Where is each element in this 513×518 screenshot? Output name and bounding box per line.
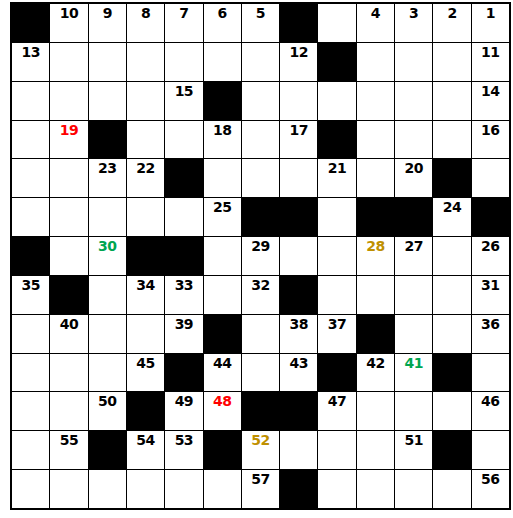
cell-r6c2[interactable]: 30 — [89, 237, 126, 275]
clue-number-13: 13 — [12, 44, 49, 60]
cell-r4c2[interactable]: 23 — [89, 159, 126, 197]
cell-r12c6[interactable]: 57 — [242, 470, 279, 508]
cell-r9c0[interactable] — [12, 354, 49, 392]
cell-r1c1[interactable] — [50, 43, 87, 81]
cell-r11c6[interactable]: 52 — [242, 431, 279, 469]
cell-r9c6[interactable] — [242, 354, 279, 392]
cell-r0c10[interactable]: 3 — [395, 4, 432, 42]
cell-r4c3[interactable]: 22 — [127, 159, 164, 197]
clue-number-42: 42 — [357, 355, 394, 371]
clue-number-18: 18 — [204, 122, 241, 138]
clue-number-20: 20 — [395, 160, 432, 176]
cell-r2c10[interactable] — [395, 82, 432, 120]
cell-r6c9[interactable]: 28 — [357, 237, 394, 275]
cell-r1c0[interactable]: 13 — [12, 43, 49, 81]
crossword-page: 1098765432113121115141918171623222120252… — [0, 0, 513, 518]
cell-r12c1[interactable] — [50, 470, 87, 508]
cell-r7c8[interactable] — [318, 276, 355, 314]
cell-r10c8[interactable]: 47 — [318, 392, 355, 430]
cell-r3c11[interactable] — [433, 121, 470, 159]
black-cell-r8c9 — [357, 315, 394, 353]
cell-r2c11[interactable] — [433, 82, 470, 120]
clue-number-51: 51 — [395, 432, 432, 448]
cell-r4c12[interactable] — [472, 159, 509, 197]
clue-number-4: 4 — [357, 5, 394, 21]
cell-r0c4[interactable]: 7 — [165, 4, 202, 42]
black-cell-r0c7 — [280, 4, 317, 42]
cell-r7c12[interactable]: 31 — [472, 276, 509, 314]
clue-number-24: 24 — [433, 199, 470, 215]
cell-r12c9[interactable] — [357, 470, 394, 508]
clue-number-30: 30 — [89, 238, 126, 254]
clue-number-56: 56 — [472, 471, 509, 487]
cell-r3c0[interactable] — [12, 121, 49, 159]
black-cell-r6c3 — [127, 237, 164, 275]
cell-r12c5[interactable] — [204, 470, 241, 508]
cell-r5c8[interactable] — [318, 198, 355, 236]
clue-number-36: 36 — [472, 316, 509, 332]
black-cell-r12c7 — [280, 470, 317, 508]
cell-r2c1[interactable] — [50, 82, 87, 120]
clue-number-43: 43 — [280, 355, 317, 371]
cell-r10c0[interactable] — [12, 392, 49, 430]
clue-number-9: 9 — [89, 5, 126, 21]
cell-r6c10[interactable]: 27 — [395, 237, 432, 275]
black-cell-r3c8 — [318, 121, 355, 159]
cell-r12c4[interactable] — [165, 470, 202, 508]
cell-r8c4[interactable]: 39 — [165, 315, 202, 353]
clue-number-55: 55 — [50, 432, 87, 448]
cell-r9c12[interactable] — [472, 354, 509, 392]
cell-r8c0[interactable] — [12, 315, 49, 353]
cell-r4c9[interactable] — [357, 159, 394, 197]
cell-r3c6[interactable] — [242, 121, 279, 159]
clue-number-27: 27 — [395, 238, 432, 254]
clue-number-57: 57 — [242, 471, 279, 487]
cell-r2c12[interactable]: 14 — [472, 82, 509, 120]
cell-r1c2[interactable] — [89, 43, 126, 81]
cell-r6c8[interactable] — [318, 237, 355, 275]
cell-r4c8[interactable]: 21 — [318, 159, 355, 197]
clue-number-35: 35 — [12, 277, 49, 293]
clue-number-31: 31 — [472, 277, 509, 293]
clue-number-26: 26 — [472, 238, 509, 254]
clue-number-10: 10 — [50, 5, 87, 21]
cell-r3c1[interactable]: 19 — [50, 121, 87, 159]
cell-r10c4[interactable]: 49 — [165, 392, 202, 430]
clue-number-40: 40 — [50, 316, 87, 332]
clue-number-34: 34 — [127, 277, 164, 293]
crossword-grid: 1098765432113121115141918171623222120252… — [10, 2, 511, 510]
clue-number-22: 22 — [127, 160, 164, 176]
cell-r8c10[interactable] — [395, 315, 432, 353]
cell-r8c6[interactable] — [242, 315, 279, 353]
clue-number-45: 45 — [127, 355, 164, 371]
clue-number-47: 47 — [318, 393, 355, 409]
black-cell-r10c7 — [280, 392, 317, 430]
cell-r6c11[interactable] — [433, 237, 470, 275]
clue-number-37: 37 — [318, 316, 355, 332]
cell-r2c0[interactable] — [12, 82, 49, 120]
clue-number-32: 32 — [242, 277, 279, 293]
clue-number-49: 49 — [165, 393, 202, 409]
cell-r11c10[interactable]: 51 — [395, 431, 432, 469]
cell-r6c12[interactable]: 26 — [472, 237, 509, 275]
cell-r7c9[interactable] — [357, 276, 394, 314]
cell-r0c8[interactable] — [318, 4, 355, 42]
cell-r8c7[interactable]: 38 — [280, 315, 317, 353]
cell-r5c5[interactable]: 25 — [204, 198, 241, 236]
cell-r8c12[interactable]: 36 — [472, 315, 509, 353]
clue-number-44: 44 — [204, 355, 241, 371]
cell-r9c5[interactable]: 44 — [204, 354, 241, 392]
cell-r1c11[interactable] — [433, 43, 470, 81]
clue-number-11: 11 — [472, 44, 509, 60]
cell-r9c7[interactable]: 43 — [280, 354, 317, 392]
clue-number-7: 7 — [165, 5, 202, 21]
black-cell-r10c6 — [242, 392, 279, 430]
cell-r4c5[interactable] — [204, 159, 241, 197]
black-cell-r6c4 — [165, 237, 202, 275]
cell-r10c11[interactable] — [433, 392, 470, 430]
clue-number-52: 52 — [242, 432, 279, 448]
clue-number-8: 8 — [127, 5, 164, 21]
cell-r0c6[interactable]: 5 — [242, 4, 279, 42]
cell-r9c9[interactable]: 42 — [357, 354, 394, 392]
cell-r11c4[interactable]: 53 — [165, 431, 202, 469]
clue-number-17: 17 — [280, 122, 317, 138]
cell-r1c5[interactable] — [204, 43, 241, 81]
black-cell-r11c2 — [89, 431, 126, 469]
cell-r11c8[interactable] — [318, 431, 355, 469]
cell-r11c12[interactable] — [472, 431, 509, 469]
cell-r8c3[interactable] — [127, 315, 164, 353]
cell-r6c7[interactable] — [280, 237, 317, 275]
cell-r2c9[interactable] — [357, 82, 394, 120]
cell-r8c2[interactable] — [89, 315, 126, 353]
clue-number-28: 28 — [357, 238, 394, 254]
black-cell-r7c7 — [280, 276, 317, 314]
cell-r12c8[interactable] — [318, 470, 355, 508]
cell-r3c12[interactable]: 16 — [472, 121, 509, 159]
cell-r7c0[interactable]: 35 — [12, 276, 49, 314]
cell-r7c10[interactable] — [395, 276, 432, 314]
cell-r4c0[interactable] — [12, 159, 49, 197]
clue-number-2: 2 — [433, 5, 470, 21]
clue-number-54: 54 — [127, 432, 164, 448]
clue-number-46: 46 — [472, 393, 509, 409]
cell-r3c3[interactable] — [127, 121, 164, 159]
clue-number-25: 25 — [204, 199, 241, 215]
cell-r12c10[interactable] — [395, 470, 432, 508]
cell-r7c11[interactable] — [433, 276, 470, 314]
cell-r2c8[interactable] — [318, 82, 355, 120]
clue-number-53: 53 — [165, 432, 202, 448]
cell-r1c10[interactable] — [395, 43, 432, 81]
cell-r11c7[interactable] — [280, 431, 317, 469]
cell-r6c1[interactable] — [50, 237, 87, 275]
cell-r10c2[interactable]: 50 — [89, 392, 126, 430]
black-cell-r11c5 — [204, 431, 241, 469]
cell-r10c10[interactable] — [395, 392, 432, 430]
black-cell-r9c11 — [433, 354, 470, 392]
cell-r7c6[interactable]: 32 — [242, 276, 279, 314]
cell-r12c12[interactable]: 56 — [472, 470, 509, 508]
black-cell-r4c4 — [165, 159, 202, 197]
cell-r11c9[interactable] — [357, 431, 394, 469]
cell-r0c12[interactable]: 1 — [472, 4, 509, 42]
black-cell-r7c1 — [50, 276, 87, 314]
cell-r5c0[interactable] — [12, 198, 49, 236]
clue-number-16: 16 — [472, 122, 509, 138]
black-cell-r2c5 — [204, 82, 241, 120]
cell-r3c10[interactable] — [395, 121, 432, 159]
cell-r6c6[interactable]: 29 — [242, 237, 279, 275]
clue-number-21: 21 — [318, 160, 355, 176]
clue-number-29: 29 — [242, 238, 279, 254]
cell-r5c2[interactable] — [89, 198, 126, 236]
black-cell-r1c8 — [318, 43, 355, 81]
cell-r12c3[interactable] — [127, 470, 164, 508]
cell-r8c11[interactable] — [433, 315, 470, 353]
cell-r4c10[interactable]: 20 — [395, 159, 432, 197]
black-cell-r10c3 — [127, 392, 164, 430]
cell-r2c4[interactable]: 15 — [165, 82, 202, 120]
cell-r10c5[interactable]: 48 — [204, 392, 241, 430]
cell-r7c2[interactable] — [89, 276, 126, 314]
cell-r9c3[interactable]: 45 — [127, 354, 164, 392]
cell-r0c3[interactable]: 8 — [127, 4, 164, 42]
cell-r0c11[interactable]: 2 — [433, 4, 470, 42]
cell-r12c0[interactable] — [12, 470, 49, 508]
clue-number-23: 23 — [89, 160, 126, 176]
cell-r5c11[interactable]: 24 — [433, 198, 470, 236]
cell-r3c5[interactable]: 18 — [204, 121, 241, 159]
black-cell-r5c7 — [280, 198, 317, 236]
cell-r8c8[interactable]: 37 — [318, 315, 355, 353]
cell-r0c2[interactable]: 9 — [89, 4, 126, 42]
black-cell-r4c11 — [433, 159, 470, 197]
black-cell-r0c0 — [12, 4, 49, 42]
black-cell-r3c2 — [89, 121, 126, 159]
cell-r1c3[interactable] — [127, 43, 164, 81]
clue-number-48: 48 — [204, 393, 241, 409]
cell-r0c1[interactable]: 10 — [50, 4, 87, 42]
cell-r5c4[interactable] — [165, 198, 202, 236]
cell-r2c7[interactable] — [280, 82, 317, 120]
cell-r4c1[interactable] — [50, 159, 87, 197]
black-cell-r8c5 — [204, 315, 241, 353]
cell-r3c4[interactable] — [165, 121, 202, 159]
cell-r11c3[interactable]: 54 — [127, 431, 164, 469]
cell-r1c9[interactable] — [357, 43, 394, 81]
cell-r11c0[interactable] — [12, 431, 49, 469]
clue-number-14: 14 — [472, 83, 509, 99]
cell-r1c6[interactable] — [242, 43, 279, 81]
cell-r1c4[interactable] — [165, 43, 202, 81]
cell-r10c9[interactable] — [357, 392, 394, 430]
clue-number-19: 19 — [50, 122, 87, 138]
cell-r8c1[interactable]: 40 — [50, 315, 87, 353]
black-cell-r11c11 — [433, 431, 470, 469]
cell-r1c7[interactable]: 12 — [280, 43, 317, 81]
clue-number-1: 1 — [472, 5, 509, 21]
clue-number-38: 38 — [280, 316, 317, 332]
cell-r12c11[interactable] — [433, 470, 470, 508]
black-cell-r6c0 — [12, 237, 49, 275]
cell-r7c3[interactable]: 34 — [127, 276, 164, 314]
black-cell-r9c8 — [318, 354, 355, 392]
clue-number-3: 3 — [395, 5, 432, 21]
cell-r1c12[interactable]: 11 — [472, 43, 509, 81]
cell-r12c2[interactable] — [89, 470, 126, 508]
cell-r5c3[interactable] — [127, 198, 164, 236]
clue-number-50: 50 — [89, 393, 126, 409]
cell-r0c9[interactable]: 4 — [357, 4, 394, 42]
cell-r10c1[interactable] — [50, 392, 87, 430]
clue-number-6: 6 — [204, 5, 241, 21]
black-cell-r5c9 — [357, 198, 394, 236]
black-cell-r5c12 — [472, 198, 509, 236]
cell-r7c5[interactable] — [204, 276, 241, 314]
black-cell-r5c10 — [395, 198, 432, 236]
clue-number-41: 41 — [395, 355, 432, 371]
cell-r9c10[interactable]: 41 — [395, 354, 432, 392]
cell-r6c5[interactable] — [204, 237, 241, 275]
cell-r11c1[interactable]: 55 — [50, 431, 87, 469]
black-cell-r5c6 — [242, 198, 279, 236]
clue-number-5: 5 — [242, 5, 279, 21]
cell-r2c6[interactable] — [242, 82, 279, 120]
clue-number-12: 12 — [280, 44, 317, 60]
cell-r10c12[interactable]: 46 — [472, 392, 509, 430]
clue-number-39: 39 — [165, 316, 202, 332]
black-cell-r9c4 — [165, 354, 202, 392]
cell-r9c2[interactable] — [89, 354, 126, 392]
cell-r2c2[interactable] — [89, 82, 126, 120]
cell-r2c3[interactable] — [127, 82, 164, 120]
clue-number-15: 15 — [165, 83, 202, 99]
cell-r4c7[interactable] — [280, 159, 317, 197]
clue-number-33: 33 — [165, 277, 202, 293]
cell-r5c1[interactable] — [50, 198, 87, 236]
cell-r7c4[interactable]: 33 — [165, 276, 202, 314]
cell-r3c9[interactable] — [357, 121, 394, 159]
cell-r0c5[interactable]: 6 — [204, 4, 241, 42]
cell-r4c6[interactable] — [242, 159, 279, 197]
cell-r9c1[interactable] — [50, 354, 87, 392]
cell-r3c7[interactable]: 17 — [280, 121, 317, 159]
